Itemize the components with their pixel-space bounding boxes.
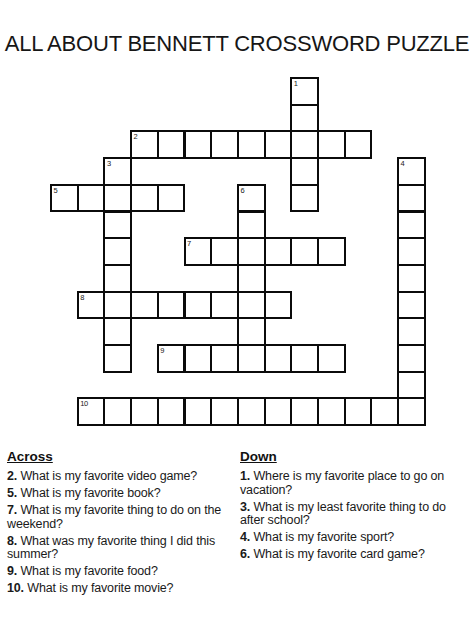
grid-cell[interactable] <box>130 291 159 320</box>
clue-across-7: 7. What is my favorite thing to do on th… <box>7 504 231 531</box>
clue-number-label: 7. <box>7 503 17 517</box>
grid-cell[interactable] <box>317 344 346 373</box>
cell-number: 7 <box>187 239 191 248</box>
grid-cell[interactable] <box>344 130 373 159</box>
grid-cell[interactable] <box>237 291 266 320</box>
down-clue-list: 1. Where is my favorite place to go on v… <box>240 470 472 562</box>
grid-cell[interactable] <box>264 397 293 426</box>
grid-cell[interactable]: 4 <box>397 157 426 186</box>
grid-cell[interactable] <box>103 291 132 320</box>
clue-number-label: 5. <box>7 486 17 500</box>
grid-cell[interactable] <box>103 237 132 266</box>
grid-cell[interactable] <box>157 291 186 320</box>
clue-text: What is my favorite book? <box>17 486 160 500</box>
grid-cell[interactable]: 10 <box>77 397 106 426</box>
grid-cell[interactable] <box>317 397 346 426</box>
grid-cell[interactable] <box>237 237 266 266</box>
clue-text: What is my favorite food? <box>17 564 158 578</box>
clue-down-1: 1. Where is my favorite place to go on v… <box>240 470 472 497</box>
grid-cell[interactable] <box>210 344 239 373</box>
grid-cell[interactable] <box>210 237 239 266</box>
clue-number-label: 8. <box>7 534 17 548</box>
grid-cell[interactable]: 5 <box>50 184 79 213</box>
across-clues: Across 2. What is my favorite video game… <box>7 449 231 599</box>
grid-cell[interactable] <box>237 130 266 159</box>
grid-cell[interactable] <box>130 397 159 426</box>
cell-number: 4 <box>401 159 405 168</box>
grid-cell[interactable] <box>237 317 266 346</box>
grid-cell[interactable] <box>397 211 426 240</box>
clue-number-label: 1. <box>240 469 250 483</box>
cell-number: 5 <box>54 186 58 195</box>
clue-number-label: 3. <box>240 500 250 514</box>
cell-number: 2 <box>134 132 138 141</box>
grid-cell[interactable] <box>184 397 213 426</box>
grid-cell[interactable] <box>157 397 186 426</box>
grid-cell[interactable] <box>290 184 319 213</box>
clue-across-8: 8. What was my favorite thing I did this… <box>7 535 231 562</box>
clue-text: What was my favorite thing I did this su… <box>7 534 215 562</box>
cell-number: 8 <box>80 293 84 302</box>
clue-across-5: 5. What is my favorite book? <box>7 487 231 501</box>
across-clue-list: 2. What is my favorite video game?5. Wha… <box>7 470 231 596</box>
clue-text: What is my favorite video game? <box>17 469 197 483</box>
grid-cell[interactable] <box>210 130 239 159</box>
grid-cell[interactable] <box>210 291 239 320</box>
grid-cell[interactable] <box>237 264 266 293</box>
clues-section: Across 2. What is my favorite video game… <box>7 449 472 599</box>
grid-cell[interactable] <box>397 264 426 293</box>
grid-cell[interactable] <box>290 157 319 186</box>
grid-cell[interactable] <box>397 291 426 320</box>
cell-number: 9 <box>160 346 164 355</box>
grid-cell[interactable] <box>317 130 346 159</box>
grid-cell[interactable] <box>264 291 293 320</box>
cell-number: 1 <box>294 79 298 88</box>
clue-down-4: 4. What is my favorite sport? <box>240 531 472 545</box>
grid-cell[interactable] <box>103 317 132 346</box>
clue-down-3: 3. What is my least favorite thing to do… <box>240 501 472 528</box>
clue-text: What is my favorite thing to do on the w… <box>7 503 221 531</box>
grid-cell[interactable] <box>290 104 319 133</box>
grid-cell[interactable] <box>370 397 399 426</box>
clue-number-label: 2. <box>7 469 17 483</box>
clue-number-label: 9. <box>7 564 17 578</box>
grid-cell[interactable] <box>397 317 426 346</box>
grid-cell[interactable]: 2 <box>130 130 159 159</box>
clue-number-label: 6. <box>240 547 250 561</box>
grid-cell[interactable] <box>290 130 319 159</box>
grid-cell[interactable] <box>397 397 426 426</box>
clue-text: What is my favorite movie? <box>24 581 173 595</box>
grid-cell[interactable] <box>184 344 213 373</box>
grid-cell[interactable] <box>397 371 426 400</box>
grid-cell[interactable] <box>103 264 132 293</box>
grid-cell[interactable] <box>290 397 319 426</box>
grid-cell[interactable] <box>77 184 106 213</box>
clue-down-6: 6. What is my favorite card game? <box>240 548 472 562</box>
grid-cell[interactable] <box>103 184 132 213</box>
clue-across-9: 9. What is my favorite food? <box>7 565 231 579</box>
grid-cell[interactable] <box>397 344 426 373</box>
grid-cell[interactable] <box>397 184 426 213</box>
grid-cell[interactable]: 8 <box>77 291 106 320</box>
puzzle-title: ALL ABOUT BENNETT CROSSWORD PUZZLE <box>0 31 474 57</box>
down-header: Down <box>240 449 472 464</box>
grid-cell[interactable]: 7 <box>184 237 213 266</box>
cell-number: 6 <box>240 186 244 195</box>
grid-cell[interactable] <box>397 237 426 266</box>
grid-cell[interactable] <box>103 344 132 373</box>
across-header: Across <box>7 449 231 464</box>
clue-text: What is my favorite card game? <box>250 547 425 561</box>
grid-cell[interactable] <box>264 130 293 159</box>
grid-cell[interactable] <box>103 397 132 426</box>
cell-number: 3 <box>107 159 111 168</box>
clue-number-label: 4. <box>240 530 250 544</box>
grid-cell[interactable] <box>237 397 266 426</box>
grid-cell[interactable] <box>184 291 213 320</box>
grid-cell[interactable]: 3 <box>103 157 132 186</box>
cell-number: 10 <box>80 399 88 408</box>
grid-cell[interactable] <box>290 237 319 266</box>
grid-cell[interactable]: 1 <box>290 77 319 106</box>
grid-cell[interactable] <box>210 397 239 426</box>
grid-cell[interactable] <box>130 184 159 213</box>
page: ALL ABOUT BENNETT CROSSWORD PUZZLE 12345… <box>0 0 474 629</box>
grid-cell[interactable]: 9 <box>157 344 186 373</box>
grid-cell[interactable] <box>290 344 319 373</box>
grid-cell[interactable] <box>344 397 373 426</box>
clue-across-2: 2. What is my favorite video game? <box>7 470 231 484</box>
clue-text: What is my favorite sport? <box>250 530 394 544</box>
grid-cell[interactable] <box>237 211 266 240</box>
grid-cell[interactable] <box>264 237 293 266</box>
grid-cell[interactable] <box>264 344 293 373</box>
clue-text: Where is my favorite place to go on vaca… <box>240 469 444 497</box>
grid-cell[interactable] <box>157 130 186 159</box>
grid-cell[interactable] <box>237 344 266 373</box>
grid-cell[interactable] <box>103 211 132 240</box>
grid-cell[interactable]: 6 <box>237 184 266 213</box>
grid-cell[interactable] <box>317 237 346 266</box>
clue-text: What is my least favorite thing to do af… <box>240 500 446 528</box>
clue-number-label: 10. <box>7 581 24 595</box>
grid-cell[interactable] <box>184 130 213 159</box>
down-clues: Down 1. Where is my favorite place to go… <box>240 449 472 599</box>
clue-across-10: 10. What is my favorite movie? <box>7 582 231 596</box>
grid-cell[interactable] <box>157 184 186 213</box>
